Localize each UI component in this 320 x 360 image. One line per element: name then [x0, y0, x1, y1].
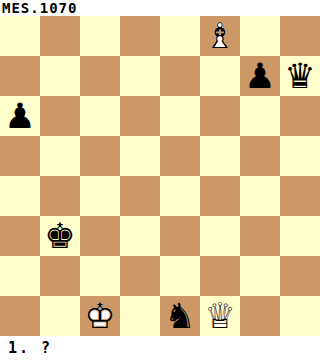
square-a3[interactable] — [0, 216, 40, 256]
square-h3[interactable] — [280, 216, 320, 256]
square-a2[interactable] — [0, 256, 40, 296]
square-e4[interactable] — [160, 176, 200, 216]
square-h1[interactable] — [280, 296, 320, 336]
square-b4[interactable] — [40, 176, 80, 216]
square-d8[interactable] — [120, 16, 160, 56]
square-c4[interactable] — [80, 176, 120, 216]
square-c3[interactable] — [80, 216, 120, 256]
square-a8[interactable] — [0, 16, 40, 56]
square-e3[interactable] — [160, 216, 200, 256]
square-f4[interactable] — [200, 176, 240, 216]
square-d5[interactable] — [120, 136, 160, 176]
square-d6[interactable] — [120, 96, 160, 136]
square-b6[interactable] — [40, 96, 80, 136]
move-prompt: 1. ? — [0, 336, 320, 360]
square-d3[interactable] — [120, 216, 160, 256]
square-c8[interactable] — [80, 16, 120, 56]
square-c5[interactable] — [80, 136, 120, 176]
problem-id: MES.1070 — [0, 0, 320, 16]
square-h8[interactable] — [280, 16, 320, 56]
black-knight-e1: ♞ — [160, 296, 200, 336]
square-b5[interactable] — [40, 136, 80, 176]
white-king-c1: ♚♔ — [80, 296, 120, 336]
square-f7[interactable] — [200, 56, 240, 96]
square-c6[interactable] — [80, 96, 120, 136]
square-d1[interactable] — [120, 296, 160, 336]
square-h5[interactable] — [280, 136, 320, 176]
square-g1[interactable] — [240, 296, 280, 336]
square-g2[interactable] — [240, 256, 280, 296]
black-pawn-g7: ♟ — [240, 56, 280, 96]
square-e2[interactable] — [160, 256, 200, 296]
square-b8[interactable] — [40, 16, 80, 56]
square-e6[interactable] — [160, 96, 200, 136]
square-g3[interactable] — [240, 216, 280, 256]
square-h7[interactable]: ♛ — [280, 56, 320, 96]
white-queen-f1: ♛♕ — [200, 296, 240, 336]
square-g7[interactable]: ♟ — [240, 56, 280, 96]
chess-problem-window: MES.1070 ♝♗♟♛♟♚♚♔♞♛♕ 1. ? — [0, 0, 320, 360]
square-g6[interactable] — [240, 96, 280, 136]
white-bishop-f8: ♝♗ — [200, 16, 240, 56]
square-f1[interactable]: ♛♕ — [200, 296, 240, 336]
square-e7[interactable] — [160, 56, 200, 96]
square-e5[interactable] — [160, 136, 200, 176]
square-d7[interactable] — [120, 56, 160, 96]
black-queen-h7: ♛ — [280, 56, 320, 96]
square-f3[interactable] — [200, 216, 240, 256]
square-c1[interactable]: ♚♔ — [80, 296, 120, 336]
square-f8[interactable]: ♝♗ — [200, 16, 240, 56]
square-b7[interactable] — [40, 56, 80, 96]
square-f2[interactable] — [200, 256, 240, 296]
chess-board: ♝♗♟♛♟♚♚♔♞♛♕ — [0, 16, 320, 336]
square-a1[interactable] — [0, 296, 40, 336]
square-d4[interactable] — [120, 176, 160, 216]
square-f5[interactable] — [200, 136, 240, 176]
square-h2[interactable] — [280, 256, 320, 296]
square-g8[interactable] — [240, 16, 280, 56]
black-king-b3: ♚ — [40, 216, 80, 256]
square-d2[interactable] — [120, 256, 160, 296]
square-a5[interactable] — [0, 136, 40, 176]
square-f6[interactable] — [200, 96, 240, 136]
square-a6[interactable]: ♟ — [0, 96, 40, 136]
square-b1[interactable] — [40, 296, 80, 336]
square-e1[interactable]: ♞ — [160, 296, 200, 336]
square-g5[interactable] — [240, 136, 280, 176]
square-b2[interactable] — [40, 256, 80, 296]
square-h4[interactable] — [280, 176, 320, 216]
square-a7[interactable] — [0, 56, 40, 96]
square-h6[interactable] — [280, 96, 320, 136]
square-e8[interactable] — [160, 16, 200, 56]
square-b3[interactable]: ♚ — [40, 216, 80, 256]
square-g4[interactable] — [240, 176, 280, 216]
square-c2[interactable] — [80, 256, 120, 296]
square-a4[interactable] — [0, 176, 40, 216]
square-c7[interactable] — [80, 56, 120, 96]
black-pawn-a6: ♟ — [0, 96, 40, 136]
